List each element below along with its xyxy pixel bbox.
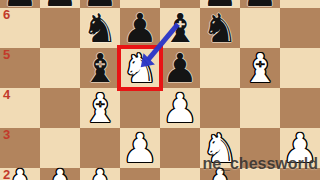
rank-label-5: 5 xyxy=(3,48,10,62)
square-c4[interactable]: ♝ xyxy=(80,88,120,128)
square-h7[interactable] xyxy=(280,0,320,8)
square-b4[interactable] xyxy=(40,88,80,128)
white-bishop[interactable]: ♝ xyxy=(80,88,120,128)
white-pawn[interactable]: ♟ xyxy=(120,128,160,168)
white-pawn[interactable]: ♟ xyxy=(80,164,120,180)
black-pawn[interactable]: ♟ xyxy=(40,0,80,12)
rank-label-4: 4 xyxy=(3,88,10,102)
square-a5[interactable]: 5 xyxy=(0,48,40,88)
square-e6[interactable]: ♝ xyxy=(160,8,200,48)
square-c6[interactable]: ♞ xyxy=(80,8,120,48)
black-pawn[interactable]: ♟ xyxy=(0,0,40,12)
square-f6[interactable]: ♞ xyxy=(200,8,240,48)
white-pawn[interactable]: ♟ xyxy=(0,164,40,180)
watermark-text: ne_chessworld xyxy=(202,155,318,173)
square-g7[interactable]: ♟ xyxy=(240,0,280,8)
square-h4[interactable] xyxy=(280,88,320,128)
black-bishop[interactable]: ♝ xyxy=(160,8,200,48)
white-pawn[interactable]: ♟ xyxy=(160,88,200,128)
square-b7[interactable]: ♟ xyxy=(40,0,80,8)
white-pawn[interactable]: ♟ xyxy=(40,164,80,180)
chess-board-screenshot: ♟♟♟♟♟6♞♟♝♞5♝♞♟♝4♝♟3♟♞♟2♟♟♟♟ ne_chessworl… xyxy=(0,0,320,180)
square-e2[interactable] xyxy=(160,168,200,180)
square-a7[interactable]: ♟ xyxy=(0,0,40,8)
square-a2[interactable]: 2♟ xyxy=(0,168,40,180)
square-g4[interactable] xyxy=(240,88,280,128)
square-h6[interactable] xyxy=(280,8,320,48)
square-b2[interactable]: ♟ xyxy=(40,168,80,180)
black-bishop[interactable]: ♝ xyxy=(80,48,120,88)
black-pawn[interactable]: ♟ xyxy=(120,8,160,48)
black-knight[interactable]: ♞ xyxy=(80,8,120,48)
square-f5[interactable] xyxy=(200,48,240,88)
square-d3[interactable]: ♟ xyxy=(120,128,160,168)
square-e5[interactable]: ♟ xyxy=(160,48,200,88)
square-h5[interactable] xyxy=(280,48,320,88)
square-e4[interactable]: ♟ xyxy=(160,88,200,128)
square-d4[interactable] xyxy=(120,88,160,128)
square-a4[interactable]: 4 xyxy=(0,88,40,128)
square-b5[interactable] xyxy=(40,48,80,88)
square-d6[interactable]: ♟ xyxy=(120,8,160,48)
black-pawn[interactable]: ♟ xyxy=(240,0,280,12)
square-c5[interactable]: ♝ xyxy=(80,48,120,88)
square-e3[interactable] xyxy=(160,128,200,168)
square-g5[interactable]: ♝ xyxy=(240,48,280,88)
square-f4[interactable] xyxy=(200,88,240,128)
black-pawn[interactable]: ♟ xyxy=(160,48,200,88)
rank-label-3: 3 xyxy=(3,128,10,142)
square-c2[interactable]: ♟ xyxy=(80,168,120,180)
highlight-square-outline xyxy=(117,45,163,91)
white-bishop[interactable]: ♝ xyxy=(240,48,280,88)
black-knight[interactable]: ♞ xyxy=(200,8,240,48)
